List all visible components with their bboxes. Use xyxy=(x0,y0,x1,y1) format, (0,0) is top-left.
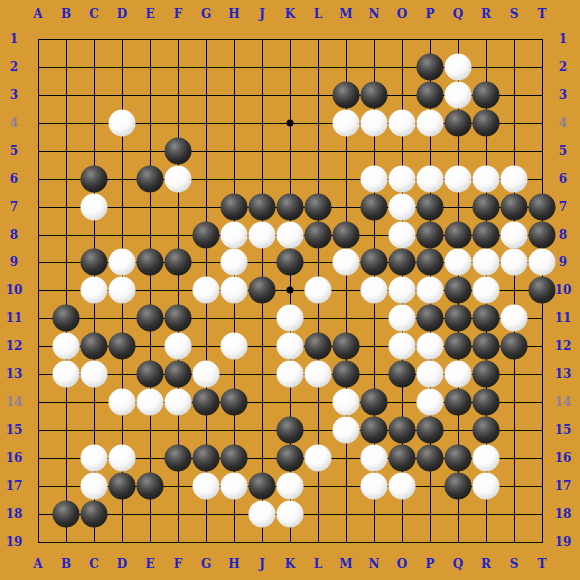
black-stone[interactable] xyxy=(445,333,472,360)
black-stone[interactable] xyxy=(221,389,248,416)
black-stone[interactable] xyxy=(305,221,332,248)
row-label-left: 11 xyxy=(6,311,23,325)
black-stone[interactable] xyxy=(193,389,220,416)
black-stone[interactable] xyxy=(81,500,108,527)
black-stone[interactable] xyxy=(417,249,444,276)
black-stone[interactable] xyxy=(193,444,220,471)
column-label-top: N xyxy=(369,7,380,21)
column-label-bottom: D xyxy=(117,557,127,571)
black-stone[interactable] xyxy=(473,417,500,444)
black-stone[interactable] xyxy=(445,305,472,332)
grid-horizontal-line xyxy=(38,542,543,543)
row-label-left: 1 xyxy=(10,32,18,46)
black-stone[interactable] xyxy=(277,193,304,220)
white-stone[interactable] xyxy=(221,333,248,360)
black-stone[interactable] xyxy=(221,444,248,471)
black-stone[interactable] xyxy=(417,417,444,444)
white-stone[interactable] xyxy=(249,500,276,527)
black-stone[interactable] xyxy=(473,361,500,388)
black-stone[interactable] xyxy=(53,305,80,332)
black-stone[interactable] xyxy=(53,500,80,527)
black-stone[interactable] xyxy=(81,333,108,360)
white-stone[interactable] xyxy=(361,444,388,471)
black-stone[interactable] xyxy=(417,221,444,248)
row-label-left: 14 xyxy=(6,395,23,409)
white-stone[interactable] xyxy=(501,221,528,248)
black-stone[interactable] xyxy=(165,249,192,276)
white-stone[interactable] xyxy=(277,472,304,499)
row-label-right: 14 xyxy=(555,395,572,409)
black-stone[interactable] xyxy=(221,193,248,220)
black-stone[interactable] xyxy=(501,333,528,360)
row-label-left: 18 xyxy=(6,507,23,521)
white-stone[interactable] xyxy=(473,165,500,192)
column-label-bottom: R xyxy=(481,557,491,571)
row-label-left: 7 xyxy=(10,200,18,214)
black-stone[interactable] xyxy=(529,277,556,304)
row-label-left: 9 xyxy=(10,255,18,269)
white-stone[interactable] xyxy=(165,165,192,192)
column-label-bottom: G xyxy=(201,557,211,571)
white-stone[interactable] xyxy=(221,277,248,304)
black-stone[interactable] xyxy=(305,193,332,220)
black-stone[interactable] xyxy=(333,81,360,108)
white-stone[interactable] xyxy=(81,444,108,471)
black-stone[interactable] xyxy=(473,81,500,108)
white-stone[interactable] xyxy=(417,361,444,388)
row-label-left: 12 xyxy=(6,339,23,353)
column-label-bottom: P xyxy=(425,557,434,571)
row-label-right: 13 xyxy=(555,367,572,381)
white-stone[interactable] xyxy=(445,53,472,80)
black-stone[interactable] xyxy=(361,249,388,276)
column-label-top: P xyxy=(425,7,434,21)
row-label-left: 6 xyxy=(10,172,18,186)
black-stone[interactable] xyxy=(389,444,416,471)
black-stone[interactable] xyxy=(473,193,500,220)
white-stone[interactable] xyxy=(53,333,80,360)
black-stone[interactable] xyxy=(165,305,192,332)
black-stone[interactable] xyxy=(445,472,472,499)
white-stone[interactable] xyxy=(445,165,472,192)
star-point xyxy=(287,287,294,294)
black-stone[interactable] xyxy=(361,193,388,220)
column-label-bottom: T xyxy=(538,557,547,571)
black-stone[interactable] xyxy=(445,444,472,471)
white-stone[interactable] xyxy=(305,361,332,388)
row-label-right: 1 xyxy=(559,32,567,46)
white-stone[interactable] xyxy=(277,305,304,332)
black-stone[interactable] xyxy=(445,277,472,304)
white-stone[interactable] xyxy=(473,277,500,304)
white-stone[interactable] xyxy=(109,277,136,304)
black-stone[interactable] xyxy=(137,361,164,388)
white-stone[interactable] xyxy=(193,361,220,388)
black-stone[interactable] xyxy=(417,444,444,471)
white-stone[interactable] xyxy=(109,444,136,471)
column-label-top: O xyxy=(397,7,407,21)
black-stone[interactable] xyxy=(361,81,388,108)
row-label-left: 5 xyxy=(10,144,18,158)
row-label-left: 15 xyxy=(6,423,23,437)
column-label-bottom: K xyxy=(285,557,295,571)
column-label-top: A xyxy=(33,7,42,21)
black-stone[interactable] xyxy=(81,249,108,276)
black-stone[interactable] xyxy=(529,193,556,220)
white-stone[interactable] xyxy=(193,277,220,304)
column-label-top: S xyxy=(510,7,519,21)
row-label-right: 4 xyxy=(559,116,567,130)
column-label-bottom: F xyxy=(174,557,183,571)
column-label-bottom: C xyxy=(89,557,99,571)
white-stone[interactable] xyxy=(389,221,416,248)
column-label-top: B xyxy=(61,7,71,21)
column-label-top: C xyxy=(89,7,99,21)
white-stone[interactable] xyxy=(389,472,416,499)
black-stone[interactable] xyxy=(277,249,304,276)
black-stone[interactable] xyxy=(445,221,472,248)
row-label-right: 6 xyxy=(559,172,567,186)
white-stone[interactable] xyxy=(473,444,500,471)
column-label-bottom: O xyxy=(397,557,407,571)
grid-horizontal-line xyxy=(38,151,543,152)
black-stone[interactable] xyxy=(473,333,500,360)
white-stone[interactable] xyxy=(109,389,136,416)
row-label-right: 15 xyxy=(555,423,572,437)
row-label-left: 3 xyxy=(10,88,18,102)
white-stone[interactable] xyxy=(277,500,304,527)
row-label-right: 19 xyxy=(555,535,572,549)
black-stone[interactable] xyxy=(81,165,108,192)
white-stone[interactable] xyxy=(81,277,108,304)
black-stone[interactable] xyxy=(417,305,444,332)
white-stone[interactable] xyxy=(417,109,444,136)
white-stone[interactable] xyxy=(81,361,108,388)
white-stone[interactable] xyxy=(165,333,192,360)
black-stone[interactable] xyxy=(193,221,220,248)
black-stone[interactable] xyxy=(529,221,556,248)
black-stone[interactable] xyxy=(361,417,388,444)
black-stone[interactable] xyxy=(109,333,136,360)
column-label-top: D xyxy=(117,7,127,21)
white-stone[interactable] xyxy=(333,249,360,276)
column-label-top: Q xyxy=(453,7,463,21)
row-label-right: 9 xyxy=(559,255,567,269)
black-stone[interactable] xyxy=(417,81,444,108)
black-stone[interactable] xyxy=(389,249,416,276)
white-stone[interactable] xyxy=(417,333,444,360)
white-stone[interactable] xyxy=(389,333,416,360)
white-stone[interactable] xyxy=(389,305,416,332)
black-stone[interactable] xyxy=(109,472,136,499)
column-label-bottom: H xyxy=(228,557,239,571)
white-stone[interactable] xyxy=(389,193,416,220)
black-stone[interactable] xyxy=(165,361,192,388)
column-label-bottom: A xyxy=(33,557,42,571)
column-label-bottom: M xyxy=(339,557,352,571)
white-stone[interactable] xyxy=(81,193,108,220)
white-stone[interactable] xyxy=(361,109,388,136)
white-stone[interactable] xyxy=(305,277,332,304)
black-stone[interactable] xyxy=(333,361,360,388)
row-label-right: 10 xyxy=(555,283,572,297)
star-point xyxy=(287,119,294,126)
row-label-right: 7 xyxy=(559,200,567,214)
row-label-right: 12 xyxy=(555,339,572,353)
column-label-top: F xyxy=(174,7,183,21)
black-stone[interactable] xyxy=(137,305,164,332)
row-label-left: 13 xyxy=(6,367,23,381)
black-stone[interactable] xyxy=(137,249,164,276)
white-stone[interactable] xyxy=(501,305,528,332)
black-stone[interactable] xyxy=(473,221,500,248)
row-label-right: 11 xyxy=(555,311,572,325)
column-label-top: G xyxy=(201,7,211,21)
column-label-top: K xyxy=(285,7,295,21)
row-label-left: 17 xyxy=(6,479,23,493)
row-label-right: 16 xyxy=(555,451,572,465)
column-label-top: T xyxy=(538,7,547,21)
white-stone[interactable] xyxy=(165,389,192,416)
column-label-bottom: S xyxy=(510,557,519,571)
black-stone[interactable] xyxy=(501,193,528,220)
column-label-bottom: J xyxy=(259,557,265,571)
black-stone[interactable] xyxy=(445,109,472,136)
column-label-top: J xyxy=(259,7,265,21)
white-stone[interactable] xyxy=(333,417,360,444)
white-stone[interactable] xyxy=(277,221,304,248)
white-stone[interactable] xyxy=(501,249,528,276)
column-label-top: L xyxy=(314,7,322,21)
row-label-right: 17 xyxy=(555,479,572,493)
black-stone[interactable] xyxy=(417,193,444,220)
black-stone[interactable] xyxy=(473,305,500,332)
row-label-left: 8 xyxy=(10,228,18,242)
row-label-left: 10 xyxy=(6,283,23,297)
black-stone[interactable] xyxy=(137,472,164,499)
white-stone[interactable] xyxy=(361,165,388,192)
column-label-top: H xyxy=(228,7,239,21)
column-label-top: E xyxy=(145,7,154,21)
row-label-left: 19 xyxy=(6,535,23,549)
black-stone[interactable] xyxy=(277,417,304,444)
black-stone[interactable] xyxy=(389,417,416,444)
white-stone[interactable] xyxy=(249,221,276,248)
black-stone[interactable] xyxy=(305,333,332,360)
row-label-right: 2 xyxy=(559,60,567,74)
column-label-bottom: E xyxy=(145,557,154,571)
black-stone[interactable] xyxy=(165,137,192,164)
row-label-left: 2 xyxy=(10,60,18,74)
white-stone[interactable] xyxy=(417,389,444,416)
white-stone[interactable] xyxy=(137,389,164,416)
white-stone[interactable] xyxy=(361,277,388,304)
white-stone[interactable] xyxy=(445,81,472,108)
white-stone[interactable] xyxy=(389,165,416,192)
white-stone[interactable] xyxy=(473,472,500,499)
row-label-right: 5 xyxy=(559,144,567,158)
white-stone[interactable] xyxy=(333,389,360,416)
white-stone[interactable] xyxy=(193,472,220,499)
row-label-left: 16 xyxy=(6,451,23,465)
black-stone[interactable] xyxy=(473,109,500,136)
white-stone[interactable] xyxy=(277,333,304,360)
white-stone[interactable] xyxy=(445,361,472,388)
white-stone[interactable] xyxy=(221,221,248,248)
black-stone[interactable] xyxy=(137,165,164,192)
black-stone[interactable] xyxy=(473,389,500,416)
white-stone[interactable] xyxy=(417,165,444,192)
black-stone[interactable] xyxy=(249,193,276,220)
black-stone[interactable] xyxy=(333,333,360,360)
black-stone[interactable] xyxy=(249,472,276,499)
column-label-bottom: B xyxy=(61,557,71,571)
black-stone[interactable] xyxy=(361,389,388,416)
row-label-right: 8 xyxy=(559,228,567,242)
row-label-right: 3 xyxy=(559,88,567,102)
white-stone[interactable] xyxy=(109,249,136,276)
white-stone[interactable] xyxy=(501,165,528,192)
black-stone[interactable] xyxy=(389,361,416,388)
black-stone[interactable] xyxy=(445,389,472,416)
column-label-bottom: Q xyxy=(453,557,463,571)
white-stone[interactable] xyxy=(221,249,248,276)
white-stone[interactable] xyxy=(473,249,500,276)
white-stone[interactable] xyxy=(417,277,444,304)
black-stone[interactable] xyxy=(333,221,360,248)
white-stone[interactable] xyxy=(361,472,388,499)
white-stone[interactable] xyxy=(109,109,136,136)
white-stone[interactable] xyxy=(305,444,332,471)
white-stone[interactable] xyxy=(277,361,304,388)
black-stone[interactable] xyxy=(417,53,444,80)
black-stone[interactable] xyxy=(165,444,192,471)
white-stone[interactable] xyxy=(221,472,248,499)
white-stone[interactable] xyxy=(333,109,360,136)
white-stone[interactable] xyxy=(389,277,416,304)
white-stone[interactable] xyxy=(81,472,108,499)
row-label-right: 18 xyxy=(555,507,572,521)
column-label-bottom: L xyxy=(314,557,322,571)
go-board[interactable]: AABBCCDDEEFFGGHHJJKKLLMMNNOOPPQQRRSSTT11… xyxy=(0,0,580,580)
white-stone[interactable] xyxy=(53,361,80,388)
black-stone[interactable] xyxy=(277,444,304,471)
white-stone[interactable] xyxy=(529,249,556,276)
row-label-left: 4 xyxy=(10,116,18,130)
column-label-top: R xyxy=(481,7,491,21)
column-label-bottom: N xyxy=(369,557,380,571)
white-stone[interactable] xyxy=(445,249,472,276)
column-label-top: M xyxy=(339,7,352,21)
white-stone[interactable] xyxy=(389,109,416,136)
go-board-screen: AABBCCDDEEFFGGHHJJKKLLMMNNOOPPQQRRSSTT11… xyxy=(0,0,580,580)
grid-horizontal-line xyxy=(38,39,543,40)
black-stone[interactable] xyxy=(249,277,276,304)
